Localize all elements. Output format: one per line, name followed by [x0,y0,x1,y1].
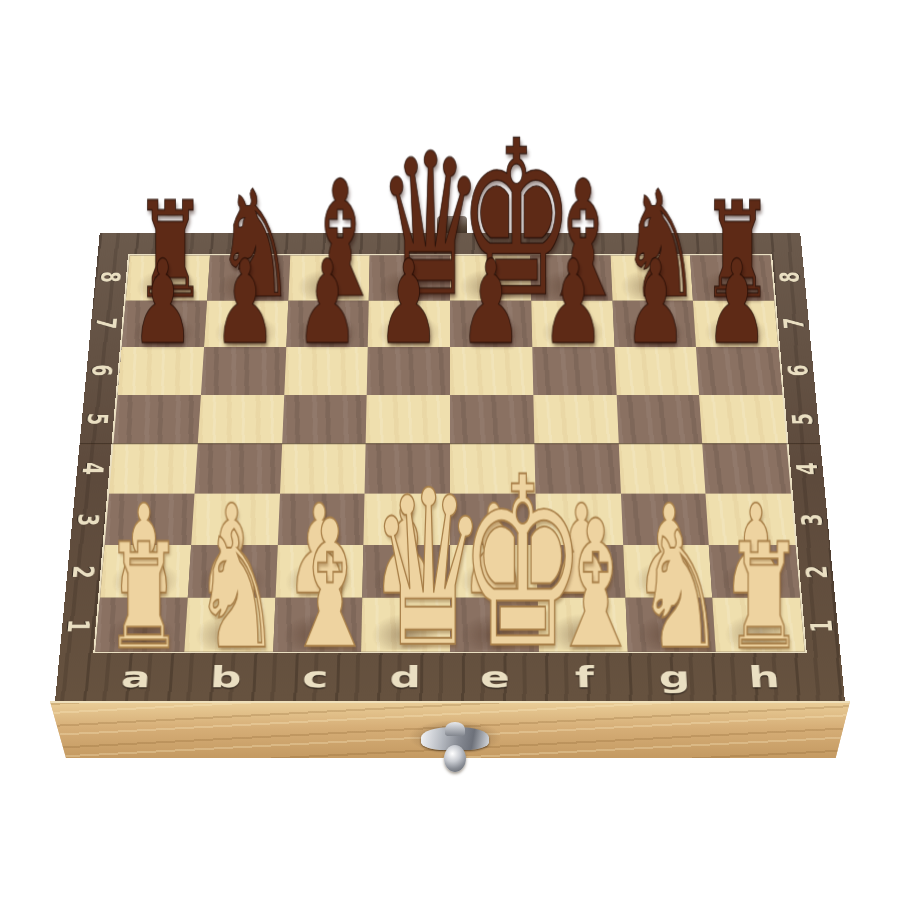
piece-black-pawn-g7[interactable]: ♟ [622,245,688,361]
square-c5[interactable] [282,395,367,444]
square-d6[interactable] [367,347,450,395]
rank-label-right-5: 5 [762,409,843,429]
square-g1[interactable]: ♞ [625,598,716,652]
piece-white-bishop-c1[interactable]: ♝ [282,497,353,673]
square-f7[interactable]: ♟ [531,301,614,347]
rank-label-right-6: 6 [758,361,837,380]
square-b7[interactable]: ♟ [204,301,288,347]
piece-black-pawn-h7[interactable]: ♟ [704,245,770,361]
rank-label-left-2: 2 [42,561,126,582]
square-c7[interactable]: ♟ [286,301,369,347]
piece-black-pawn-f7[interactable]: ♟ [540,245,606,361]
square-g6[interactable] [614,347,699,395]
rank-label-right-7: 7 [754,314,832,333]
file-label-f: f [539,663,630,692]
chess-board: ♜♞♝♛♚♝♞♜♟♟♟♟♟♟♟♟♟♟♟♟♟♟♟♟♜♞♝♛♚♝♞♜ a b c d… [55,233,845,702]
rank-label-left-7: 7 [67,314,145,333]
square-b6[interactable] [201,347,286,395]
rank-label-right-1: 1 [779,615,864,637]
file-label-d: d [360,663,450,692]
rank-label-left-6: 6 [62,361,141,380]
piece-black-pawn-e7[interactable]: ♟ [458,245,524,361]
file-label-c: c [270,663,361,692]
square-e7[interactable]: ♟ [450,301,532,347]
piece-black-pawn-d7[interactable]: ♟ [376,245,442,361]
square-g5[interactable] [616,395,702,444]
square-e1[interactable]: ♚ [450,598,539,652]
clasp-knob-icon [444,745,466,772]
rank-label-left-4: 4 [52,458,134,478]
square-c1[interactable]: ♝ [273,598,363,652]
rank-label-right-2: 2 [774,561,858,582]
square-g7[interactable]: ♟ [612,301,696,347]
piece-white-rook-h1[interactable]: ♜ [725,523,796,669]
piece-black-pawn-c7[interactable]: ♟ [294,245,360,361]
piece-black-pawn-b7[interactable]: ♟ [212,245,278,361]
piece-white-rook-a1[interactable]: ♜ [104,523,175,669]
file-labels: a b c d e f g h [89,653,811,702]
rank-label-left-3: 3 [47,509,130,530]
square-b1[interactable]: ♞ [184,598,275,652]
board-grid: ♜♞♝♛♚♝♞♜♟♟♟♟♟♟♟♟♟♟♟♟♟♟♟♟♜♞♝♛♚♝♞♜ [93,254,806,653]
file-label-a: a [90,663,182,692]
rank-label-right-8: 8 [751,268,829,286]
piece-white-king-e1[interactable]: ♚ [459,446,530,681]
rank-label-left-1: 1 [36,615,121,637]
file-label-h: h [718,663,810,692]
square-d7[interactable]: ♟ [368,301,450,347]
file-label-b: b [180,663,271,692]
square-f6[interactable] [532,347,616,395]
square-f1[interactable]: ♝ [537,598,627,652]
piece-white-queen-d1[interactable]: ♛ [370,463,441,678]
file-label-g: g [629,663,720,692]
rank-label-right-4: 4 [766,458,848,478]
rank-label-right-3: 3 [770,509,853,530]
square-d5[interactable] [366,395,450,444]
piece-white-bishop-f1[interactable]: ♝ [547,497,618,673]
piece-white-knight-b1[interactable]: ♞ [193,510,264,672]
file-label-e: e [450,663,540,692]
rank-label-left-8: 8 [72,268,150,286]
rank-label-left-5: 5 [57,409,138,429]
piece-black-pawn-a7[interactable]: ♟ [130,245,196,361]
square-b5[interactable] [198,395,284,444]
chess-set-photo: ♜♞♝♛♚♝♞♜♟♟♟♟♟♟♟♟♟♟♟♟♟♟♟♟♜♞♝♛♚♝♞♜ a b c d… [0,0,900,900]
square-d1[interactable]: ♛ [361,598,450,652]
square-e6[interactable] [450,347,533,395]
piece-white-knight-g1[interactable]: ♞ [636,510,707,672]
square-c6[interactable] [284,347,368,395]
